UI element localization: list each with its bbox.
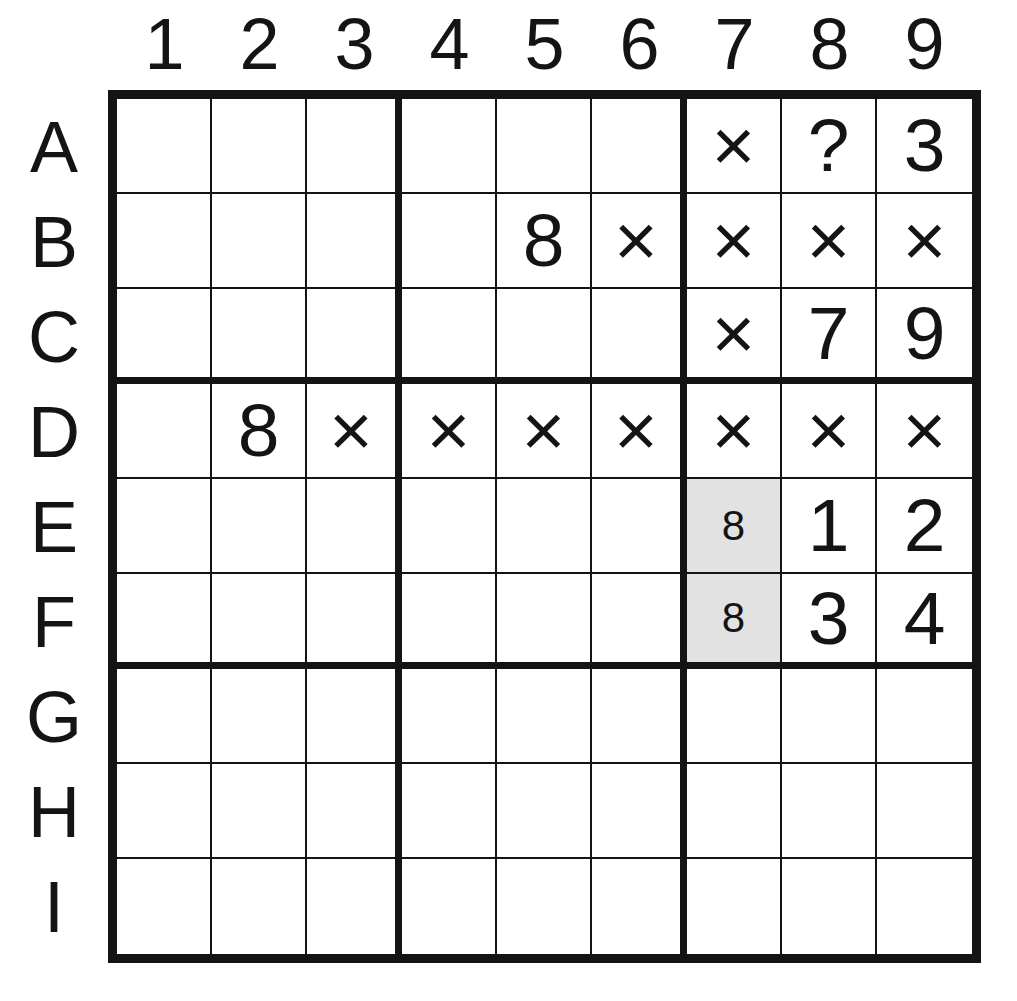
cell-B3[interactable] [307,194,402,289]
cell-digit: 4 [904,581,946,656]
cell-A9[interactable]: 3 [877,99,972,194]
col-label-3: 3 [307,0,402,88]
cell-F6[interactable] [592,574,687,669]
cell-G1[interactable] [117,669,212,764]
cell-B4[interactable] [402,194,497,289]
cell-F3[interactable] [307,574,402,669]
cell-I2[interactable] [212,859,307,954]
cell-F1[interactable] [117,574,212,669]
cell-G6[interactable] [592,669,687,764]
cross-mark-icon: × [807,393,851,468]
cell-I8[interactable] [782,859,877,954]
cell-A5[interactable] [497,99,592,194]
col-label-5: 5 [497,0,592,88]
cross-mark-icon: × [614,203,658,278]
row-label-A: A [0,99,108,194]
cell-H5[interactable] [497,764,592,859]
column-labels: 123456789 [117,0,972,88]
cell-G2[interactable] [212,669,307,764]
cell-E3[interactable] [307,479,402,574]
col-label-4: 4 [402,0,497,88]
cell-C1[interactable] [117,289,212,384]
cell-I7[interactable] [687,859,782,954]
col-label-6: 6 [592,0,687,88]
cell-digit: 8 [238,393,280,468]
cell-B7[interactable]: × [687,194,782,289]
cell-I4[interactable] [402,859,497,954]
cell-G4[interactable] [402,669,497,764]
cell-G8[interactable] [782,669,877,764]
row-label-G: G [0,669,108,764]
row-label-I: I [0,859,108,954]
cell-H6[interactable] [592,764,687,859]
cell-H2[interactable] [212,764,307,859]
cross-mark-icon: × [712,203,756,278]
sudoku-board: ×?38×××××798×××××××812834 [108,90,981,963]
cell-A7[interactable]: × [687,99,782,194]
cell-digit: 3 [904,108,946,183]
col-label-7: 7 [687,0,782,88]
cell-D2[interactable]: 8 [212,384,307,479]
col-label-2: 2 [212,0,307,88]
cell-A1[interactable] [117,99,212,194]
candidate-digit: 8 [722,505,745,547]
cell-digit: 9 [904,296,946,371]
cell-E2[interactable] [212,479,307,574]
cell-A3[interactable] [307,99,402,194]
row-label-B: B [0,194,108,289]
cell-F9[interactable]: 4 [877,574,972,669]
cell-H1[interactable] [117,764,212,859]
cross-mark-icon: × [712,393,756,468]
cell-C5[interactable] [497,289,592,384]
cell-B1[interactable] [117,194,212,289]
cell-I5[interactable] [497,859,592,954]
cell-G9[interactable] [877,669,972,764]
row-labels: ABCDEFGHI [0,99,108,954]
col-label-8: 8 [782,0,877,88]
cross-mark-icon: × [614,393,658,468]
cell-E9[interactable]: 2 [877,479,972,574]
question-mark: ? [808,108,850,183]
cell-C8[interactable]: 7 [782,289,877,384]
col-label-9: 9 [877,0,972,88]
cell-B2[interactable] [212,194,307,289]
row-label-E: E [0,479,108,574]
cell-C7[interactable]: × [687,289,782,384]
cell-E7[interactable]: 8 [687,479,782,574]
cross-mark-icon: × [329,393,373,468]
cell-A8[interactable]: ? [782,99,877,194]
cell-A6[interactable] [592,99,687,194]
col-label-1: 1 [117,0,212,88]
cell-D1[interactable] [117,384,212,479]
cell-digit: 7 [808,296,850,371]
cell-D4[interactable]: × [402,384,497,479]
cell-A4[interactable] [402,99,497,194]
cell-digit: 2 [904,488,946,563]
cell-E8[interactable]: 1 [782,479,877,574]
cell-F4[interactable] [402,574,497,669]
cell-H9[interactable] [877,764,972,859]
cell-G3[interactable] [307,669,402,764]
cell-H3[interactable] [307,764,402,859]
row-label-H: H [0,764,108,859]
candidate-digit: 8 [722,597,745,639]
cell-D5[interactable]: × [497,384,592,479]
cell-I6[interactable] [592,859,687,954]
cell-B5[interactable]: 8 [497,194,592,289]
cell-C2[interactable] [212,289,307,384]
cell-F5[interactable] [497,574,592,669]
row-label-D: D [0,384,108,479]
cell-F7[interactable]: 8 [687,574,782,669]
cross-mark-icon: × [903,393,947,468]
cell-G7[interactable] [687,669,782,764]
cell-D8[interactable]: × [782,384,877,479]
cell-F2[interactable] [212,574,307,669]
cross-mark-icon: × [712,108,756,183]
cell-C6[interactable] [592,289,687,384]
cell-digit: 1 [808,488,850,563]
row-label-F: F [0,574,108,669]
cross-mark-icon: × [712,296,756,371]
cell-C4[interactable] [402,289,497,384]
cell-F8[interactable]: 3 [782,574,877,669]
puzzle-diagram: 123456789 ABCDEFGHI ×?38×××××798×××××××8… [0,0,1017,1001]
cell-H4[interactable] [402,764,497,859]
cell-C3[interactable] [307,289,402,384]
cell-G5[interactable] [497,669,592,764]
cell-E4[interactable] [402,479,497,574]
cell-E6[interactable] [592,479,687,574]
cell-B6[interactable]: × [592,194,687,289]
cell-I1[interactable] [117,859,212,954]
cell-B8[interactable]: × [782,194,877,289]
cell-E1[interactable] [117,479,212,574]
row-label-C: C [0,289,108,384]
cell-digit: 8 [523,203,565,278]
cell-C9[interactable]: 9 [877,289,972,384]
cell-digit: 3 [808,581,850,656]
cell-E5[interactable] [497,479,592,574]
cell-D6[interactable]: × [592,384,687,479]
cross-mark-icon: × [807,203,851,278]
cell-B9[interactable]: × [877,194,972,289]
cross-mark-icon: × [427,393,471,468]
cell-D9[interactable]: × [877,384,972,479]
cell-D3[interactable]: × [307,384,402,479]
cross-mark-icon: × [522,393,566,468]
cell-D7[interactable]: × [687,384,782,479]
cell-A2[interactable] [212,99,307,194]
cell-H8[interactable] [782,764,877,859]
cell-H7[interactable] [687,764,782,859]
cell-I3[interactable] [307,859,402,954]
cross-mark-icon: × [903,203,947,278]
cell-I9[interactable] [877,859,972,954]
